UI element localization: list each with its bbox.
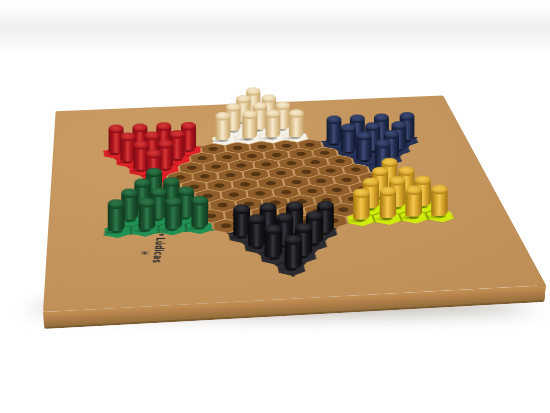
peg-shadow xyxy=(391,138,417,144)
peg-shadow xyxy=(160,157,186,163)
peg-top xyxy=(284,235,302,245)
game-board: ♚ Lúdicas ✳ xyxy=(43,95,546,312)
peg-shadow xyxy=(374,157,401,163)
peg-shadow xyxy=(136,158,161,164)
peg-top xyxy=(295,223,312,233)
scene: ♚ Lúdicas ✳ xyxy=(0,0,550,413)
peg-top xyxy=(107,199,124,209)
peg-shadow xyxy=(347,158,374,164)
peg-top xyxy=(163,177,179,186)
peg-top xyxy=(165,197,182,207)
peg-top xyxy=(192,196,209,205)
peg-top xyxy=(236,95,251,103)
peg-shadow xyxy=(237,112,261,118)
peg-shadow xyxy=(267,127,292,133)
peg-shadow xyxy=(112,159,137,165)
peg-top xyxy=(138,198,155,208)
peg-shadow xyxy=(207,138,232,144)
product-photo: ♚ Lúdicas ✳ xyxy=(0,0,550,413)
peg-shadow xyxy=(318,142,344,148)
peg-shadow xyxy=(217,129,242,135)
peg-top xyxy=(264,225,282,235)
peg-shadow xyxy=(253,119,278,125)
peg-top xyxy=(363,177,379,186)
peg-top xyxy=(121,188,138,197)
peg-shadow xyxy=(341,140,367,146)
peg-top xyxy=(353,188,370,197)
peg-shadow xyxy=(243,127,268,133)
peg-shadow xyxy=(233,136,258,142)
peg-shadow xyxy=(124,150,149,156)
peg-shadow xyxy=(280,135,305,141)
peg-shadow xyxy=(227,120,252,126)
peg-top xyxy=(389,176,405,185)
peg-top xyxy=(134,178,150,187)
peg-top xyxy=(398,167,414,176)
peg-top xyxy=(233,204,250,214)
peg-shadow xyxy=(383,147,410,153)
peg-top xyxy=(246,87,260,95)
peg-top xyxy=(248,214,265,224)
peg-top xyxy=(317,201,334,211)
peg-shadow xyxy=(100,151,125,157)
peg-shadow xyxy=(332,150,358,156)
peg-top xyxy=(414,176,430,185)
peg-shadow xyxy=(356,148,382,154)
peg-top xyxy=(405,185,422,194)
peg-shadow xyxy=(148,148,173,154)
peg-top xyxy=(275,213,292,223)
peg-shadow xyxy=(172,148,197,154)
peg-top xyxy=(379,187,396,196)
peg-top xyxy=(177,186,194,195)
peg-shadow xyxy=(257,135,282,141)
peg-shadow xyxy=(364,139,390,145)
